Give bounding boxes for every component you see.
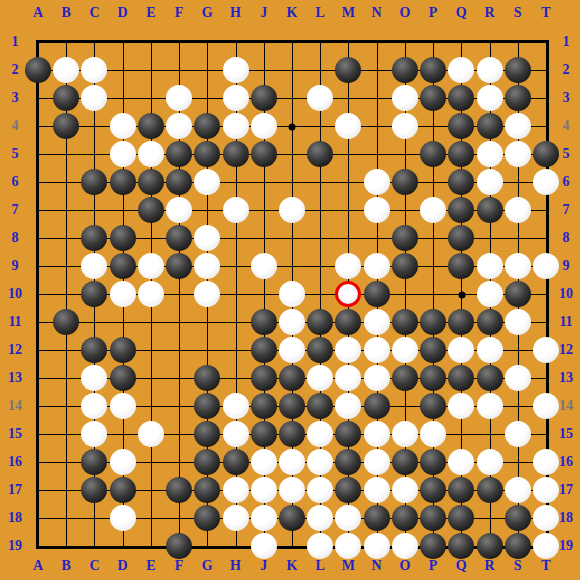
intersection-m3[interactable] — [334, 84, 362, 112]
intersection-n10[interactable] — [363, 280, 391, 308]
intersection-o16[interactable] — [391, 448, 419, 476]
intersection-r15[interactable] — [475, 420, 503, 448]
intersection-j8[interactable] — [250, 224, 278, 252]
intersection-h11[interactable] — [221, 308, 249, 336]
intersection-r9[interactable] — [475, 252, 503, 280]
intersection-g19[interactable] — [193, 532, 221, 560]
intersection-d6[interactable] — [109, 168, 137, 196]
intersection-e4[interactable] — [137, 112, 165, 140]
intersection-n9[interactable] — [363, 252, 391, 280]
intersection-a11[interactable] — [24, 308, 52, 336]
intersection-b1[interactable] — [52, 28, 80, 56]
intersection-o18[interactable] — [391, 504, 419, 532]
intersection-l1[interactable] — [306, 28, 334, 56]
intersection-m13[interactable] — [334, 364, 362, 392]
intersection-c6[interactable] — [80, 168, 108, 196]
intersection-f16[interactable] — [165, 448, 193, 476]
intersection-n8[interactable] — [363, 224, 391, 252]
intersection-e8[interactable] — [137, 224, 165, 252]
intersection-s16[interactable] — [504, 448, 532, 476]
intersection-j7[interactable] — [250, 196, 278, 224]
intersection-e3[interactable] — [137, 84, 165, 112]
intersection-r14[interactable] — [475, 392, 503, 420]
intersection-a15[interactable] — [24, 420, 52, 448]
intersection-a2[interactable] — [24, 56, 52, 84]
intersection-j15[interactable] — [250, 420, 278, 448]
intersection-d10[interactable] — [109, 280, 137, 308]
intersection-c16[interactable] — [80, 448, 108, 476]
intersection-n18[interactable] — [363, 504, 391, 532]
intersection-s2[interactable] — [504, 56, 532, 84]
intersection-b2[interactable] — [52, 56, 80, 84]
intersection-k1[interactable] — [278, 28, 306, 56]
intersection-h18[interactable] — [221, 504, 249, 532]
intersection-o10[interactable] — [391, 280, 419, 308]
intersection-t2[interactable] — [532, 56, 560, 84]
intersection-f14[interactable] — [165, 392, 193, 420]
intersection-c11[interactable] — [80, 308, 108, 336]
intersection-k4[interactable] — [278, 112, 306, 140]
intersection-q12[interactable] — [447, 336, 475, 364]
intersection-c7[interactable] — [80, 196, 108, 224]
intersection-a13[interactable] — [24, 364, 52, 392]
intersection-f3[interactable] — [165, 84, 193, 112]
intersection-g6[interactable] — [193, 168, 221, 196]
intersection-g2[interactable] — [193, 56, 221, 84]
intersection-l19[interactable] — [306, 532, 334, 560]
intersection-e19[interactable] — [137, 532, 165, 560]
intersection-h3[interactable] — [221, 84, 249, 112]
intersection-f8[interactable] — [165, 224, 193, 252]
intersection-c13[interactable] — [80, 364, 108, 392]
intersection-t7[interactable] — [532, 196, 560, 224]
intersection-d11[interactable] — [109, 308, 137, 336]
intersection-h8[interactable] — [221, 224, 249, 252]
intersection-s19[interactable] — [504, 532, 532, 560]
intersection-o1[interactable] — [391, 28, 419, 56]
intersection-f5[interactable] — [165, 140, 193, 168]
intersection-d18[interactable] — [109, 504, 137, 532]
intersection-c18[interactable] — [80, 504, 108, 532]
intersection-k12[interactable] — [278, 336, 306, 364]
intersection-e6[interactable] — [137, 168, 165, 196]
intersection-l10[interactable] — [306, 280, 334, 308]
intersection-m10[interactable] — [334, 280, 362, 308]
intersection-b10[interactable] — [52, 280, 80, 308]
intersection-p13[interactable] — [419, 364, 447, 392]
intersection-s13[interactable] — [504, 364, 532, 392]
intersection-o5[interactable] — [391, 140, 419, 168]
intersection-o9[interactable] — [391, 252, 419, 280]
intersection-s4[interactable] — [504, 112, 532, 140]
intersection-m19[interactable] — [334, 532, 362, 560]
intersection-q16[interactable] — [447, 448, 475, 476]
intersection-f11[interactable] — [165, 308, 193, 336]
intersection-o6[interactable] — [391, 168, 419, 196]
intersection-f10[interactable] — [165, 280, 193, 308]
intersection-k8[interactable] — [278, 224, 306, 252]
intersection-g10[interactable] — [193, 280, 221, 308]
intersection-r2[interactable] — [475, 56, 503, 84]
intersection-c3[interactable] — [80, 84, 108, 112]
intersection-t9[interactable] — [532, 252, 560, 280]
intersection-c12[interactable] — [80, 336, 108, 364]
intersection-q11[interactable] — [447, 308, 475, 336]
intersection-e13[interactable] — [137, 364, 165, 392]
intersection-q10[interactable] — [447, 280, 475, 308]
intersection-g14[interactable] — [193, 392, 221, 420]
intersection-k19[interactable] — [278, 532, 306, 560]
intersection-a1[interactable] — [24, 28, 52, 56]
intersection-b13[interactable] — [52, 364, 80, 392]
intersection-k2[interactable] — [278, 56, 306, 84]
intersection-f9[interactable] — [165, 252, 193, 280]
intersection-b4[interactable] — [52, 112, 80, 140]
intersection-h14[interactable] — [221, 392, 249, 420]
intersection-a19[interactable] — [24, 532, 52, 560]
intersection-p1[interactable] — [419, 28, 447, 56]
intersection-l4[interactable] — [306, 112, 334, 140]
intersection-q9[interactable] — [447, 252, 475, 280]
intersection-f17[interactable] — [165, 476, 193, 504]
intersection-e16[interactable] — [137, 448, 165, 476]
intersection-b6[interactable] — [52, 168, 80, 196]
intersection-p7[interactable] — [419, 196, 447, 224]
intersection-n17[interactable] — [363, 476, 391, 504]
intersection-n15[interactable] — [363, 420, 391, 448]
intersection-s10[interactable] — [504, 280, 532, 308]
intersection-e1[interactable] — [137, 28, 165, 56]
intersection-g11[interactable] — [193, 308, 221, 336]
intersection-p8[interactable] — [419, 224, 447, 252]
intersection-n1[interactable] — [363, 28, 391, 56]
intersection-j13[interactable] — [250, 364, 278, 392]
intersection-c19[interactable] — [80, 532, 108, 560]
intersection-a5[interactable] — [24, 140, 52, 168]
intersection-j6[interactable] — [250, 168, 278, 196]
intersection-h1[interactable] — [221, 28, 249, 56]
intersection-q18[interactable] — [447, 504, 475, 532]
intersection-s12[interactable] — [504, 336, 532, 364]
intersection-a14[interactable] — [24, 392, 52, 420]
intersection-k6[interactable] — [278, 168, 306, 196]
intersection-o4[interactable] — [391, 112, 419, 140]
intersection-b14[interactable] — [52, 392, 80, 420]
intersection-m9[interactable] — [334, 252, 362, 280]
intersection-q13[interactable] — [447, 364, 475, 392]
intersection-g1[interactable] — [193, 28, 221, 56]
intersection-q15[interactable] — [447, 420, 475, 448]
intersection-r8[interactable] — [475, 224, 503, 252]
intersection-m18[interactable] — [334, 504, 362, 532]
intersection-a10[interactable] — [24, 280, 52, 308]
intersection-c2[interactable] — [80, 56, 108, 84]
intersection-l17[interactable] — [306, 476, 334, 504]
intersection-t14[interactable] — [532, 392, 560, 420]
intersection-s8[interactable] — [504, 224, 532, 252]
intersection-q14[interactable] — [447, 392, 475, 420]
intersection-h19[interactable] — [221, 532, 249, 560]
intersection-n4[interactable] — [363, 112, 391, 140]
intersection-m1[interactable] — [334, 28, 362, 56]
intersection-t8[interactable] — [532, 224, 560, 252]
intersection-o2[interactable] — [391, 56, 419, 84]
intersection-s6[interactable] — [504, 168, 532, 196]
intersection-f19[interactable] — [165, 532, 193, 560]
intersection-a9[interactable] — [24, 252, 52, 280]
intersection-r6[interactable] — [475, 168, 503, 196]
intersection-l13[interactable] — [306, 364, 334, 392]
intersection-d13[interactable] — [109, 364, 137, 392]
intersection-l6[interactable] — [306, 168, 334, 196]
intersection-r1[interactable] — [475, 28, 503, 56]
intersection-s11[interactable] — [504, 308, 532, 336]
intersection-o14[interactable] — [391, 392, 419, 420]
intersection-j11[interactable] — [250, 308, 278, 336]
intersection-a4[interactable] — [24, 112, 52, 140]
intersection-n16[interactable] — [363, 448, 391, 476]
intersection-p16[interactable] — [419, 448, 447, 476]
intersection-b17[interactable] — [52, 476, 80, 504]
intersection-h5[interactable] — [221, 140, 249, 168]
intersection-g5[interactable] — [193, 140, 221, 168]
intersection-j1[interactable] — [250, 28, 278, 56]
intersection-p10[interactable] — [419, 280, 447, 308]
intersection-b12[interactable] — [52, 336, 80, 364]
intersection-j2[interactable] — [250, 56, 278, 84]
intersection-g4[interactable] — [193, 112, 221, 140]
intersection-g12[interactable] — [193, 336, 221, 364]
intersection-s3[interactable] — [504, 84, 532, 112]
intersection-d9[interactable] — [109, 252, 137, 280]
intersection-p11[interactable] — [419, 308, 447, 336]
intersection-t18[interactable] — [532, 504, 560, 532]
intersection-f4[interactable] — [165, 112, 193, 140]
intersection-h17[interactable] — [221, 476, 249, 504]
intersection-p15[interactable] — [419, 420, 447, 448]
intersection-c10[interactable] — [80, 280, 108, 308]
intersection-o19[interactable] — [391, 532, 419, 560]
intersection-g7[interactable] — [193, 196, 221, 224]
intersection-d5[interactable] — [109, 140, 137, 168]
intersection-k3[interactable] — [278, 84, 306, 112]
intersection-j12[interactable] — [250, 336, 278, 364]
intersection-c9[interactable] — [80, 252, 108, 280]
intersection-e15[interactable] — [137, 420, 165, 448]
intersection-o17[interactable] — [391, 476, 419, 504]
intersection-q6[interactable] — [447, 168, 475, 196]
intersection-d1[interactable] — [109, 28, 137, 56]
intersection-r12[interactable] — [475, 336, 503, 364]
intersection-r5[interactable] — [475, 140, 503, 168]
intersection-m12[interactable] — [334, 336, 362, 364]
intersection-e9[interactable] — [137, 252, 165, 280]
intersection-t16[interactable] — [532, 448, 560, 476]
intersection-n7[interactable] — [363, 196, 391, 224]
intersection-k16[interactable] — [278, 448, 306, 476]
intersection-h4[interactable] — [221, 112, 249, 140]
intersection-b8[interactable] — [52, 224, 80, 252]
intersection-c8[interactable] — [80, 224, 108, 252]
intersection-f15[interactable] — [165, 420, 193, 448]
intersection-p2[interactable] — [419, 56, 447, 84]
intersection-a8[interactable] — [24, 224, 52, 252]
intersection-p9[interactable] — [419, 252, 447, 280]
intersection-t12[interactable] — [532, 336, 560, 364]
intersection-s1[interactable] — [504, 28, 532, 56]
intersection-o3[interactable] — [391, 84, 419, 112]
intersection-s9[interactable] — [504, 252, 532, 280]
intersection-k9[interactable] — [278, 252, 306, 280]
intersection-p19[interactable] — [419, 532, 447, 560]
intersection-g15[interactable] — [193, 420, 221, 448]
intersection-h13[interactable] — [221, 364, 249, 392]
intersection-g9[interactable] — [193, 252, 221, 280]
intersection-b9[interactable] — [52, 252, 80, 280]
intersection-p6[interactable] — [419, 168, 447, 196]
intersection-e18[interactable] — [137, 504, 165, 532]
intersection-e5[interactable] — [137, 140, 165, 168]
intersection-s15[interactable] — [504, 420, 532, 448]
intersection-g18[interactable] — [193, 504, 221, 532]
intersection-s5[interactable] — [504, 140, 532, 168]
intersection-q2[interactable] — [447, 56, 475, 84]
intersection-o11[interactable] — [391, 308, 419, 336]
intersection-d14[interactable] — [109, 392, 137, 420]
intersection-b19[interactable] — [52, 532, 80, 560]
intersection-p3[interactable] — [419, 84, 447, 112]
intersection-g17[interactable] — [193, 476, 221, 504]
intersection-b15[interactable] — [52, 420, 80, 448]
intersection-h9[interactable] — [221, 252, 249, 280]
intersection-q8[interactable] — [447, 224, 475, 252]
intersection-l2[interactable] — [306, 56, 334, 84]
intersection-k7[interactable] — [278, 196, 306, 224]
intersection-j17[interactable] — [250, 476, 278, 504]
intersection-p5[interactable] — [419, 140, 447, 168]
intersection-a3[interactable] — [24, 84, 52, 112]
intersection-t5[interactable] — [532, 140, 560, 168]
intersection-m8[interactable] — [334, 224, 362, 252]
intersection-r17[interactable] — [475, 476, 503, 504]
intersection-m2[interactable] — [334, 56, 362, 84]
intersection-m15[interactable] — [334, 420, 362, 448]
intersection-m5[interactable] — [334, 140, 362, 168]
intersection-t6[interactable] — [532, 168, 560, 196]
intersection-d15[interactable] — [109, 420, 137, 448]
intersection-n2[interactable] — [363, 56, 391, 84]
intersection-j14[interactable] — [250, 392, 278, 420]
intersection-d4[interactable] — [109, 112, 137, 140]
intersection-b16[interactable] — [52, 448, 80, 476]
intersection-r13[interactable] — [475, 364, 503, 392]
intersection-e17[interactable] — [137, 476, 165, 504]
intersection-p14[interactable] — [419, 392, 447, 420]
intersection-b7[interactable] — [52, 196, 80, 224]
intersection-n12[interactable] — [363, 336, 391, 364]
intersection-t1[interactable] — [532, 28, 560, 56]
intersection-t13[interactable] — [532, 364, 560, 392]
intersection-r19[interactable] — [475, 532, 503, 560]
intersection-h12[interactable] — [221, 336, 249, 364]
intersection-h10[interactable] — [221, 280, 249, 308]
intersection-m11[interactable] — [334, 308, 362, 336]
intersection-n6[interactable] — [363, 168, 391, 196]
intersection-m14[interactable] — [334, 392, 362, 420]
intersection-j16[interactable] — [250, 448, 278, 476]
intersection-c5[interactable] — [80, 140, 108, 168]
intersection-k13[interactable] — [278, 364, 306, 392]
intersection-r3[interactable] — [475, 84, 503, 112]
intersection-p18[interactable] — [419, 504, 447, 532]
intersection-f13[interactable] — [165, 364, 193, 392]
intersection-c17[interactable] — [80, 476, 108, 504]
intersection-t19[interactable] — [532, 532, 560, 560]
intersection-l9[interactable] — [306, 252, 334, 280]
intersection-t11[interactable] — [532, 308, 560, 336]
intersection-l7[interactable] — [306, 196, 334, 224]
intersection-n11[interactable] — [363, 308, 391, 336]
intersection-a17[interactable] — [24, 476, 52, 504]
intersection-n14[interactable] — [363, 392, 391, 420]
intersection-j10[interactable] — [250, 280, 278, 308]
intersection-j19[interactable] — [250, 532, 278, 560]
intersection-t4[interactable] — [532, 112, 560, 140]
intersection-k5[interactable] — [278, 140, 306, 168]
intersection-e10[interactable] — [137, 280, 165, 308]
intersection-f18[interactable] — [165, 504, 193, 532]
intersection-g3[interactable] — [193, 84, 221, 112]
intersection-n5[interactable] — [363, 140, 391, 168]
intersection-h15[interactable] — [221, 420, 249, 448]
intersection-l18[interactable] — [306, 504, 334, 532]
intersection-a18[interactable] — [24, 504, 52, 532]
intersection-h16[interactable] — [221, 448, 249, 476]
intersection-j4[interactable] — [250, 112, 278, 140]
intersection-l15[interactable] — [306, 420, 334, 448]
intersection-k18[interactable] — [278, 504, 306, 532]
intersection-r18[interactable] — [475, 504, 503, 532]
intersection-q5[interactable] — [447, 140, 475, 168]
intersection-f12[interactable] — [165, 336, 193, 364]
intersection-m16[interactable] — [334, 448, 362, 476]
intersection-g16[interactable] — [193, 448, 221, 476]
intersection-l11[interactable] — [306, 308, 334, 336]
intersection-t17[interactable] — [532, 476, 560, 504]
intersection-j3[interactable] — [250, 84, 278, 112]
intersection-g8[interactable] — [193, 224, 221, 252]
intersection-o8[interactable] — [391, 224, 419, 252]
intersection-q19[interactable] — [447, 532, 475, 560]
intersection-m7[interactable] — [334, 196, 362, 224]
intersection-n19[interactable] — [363, 532, 391, 560]
intersection-b11[interactable] — [52, 308, 80, 336]
intersection-f6[interactable] — [165, 168, 193, 196]
intersection-b5[interactable] — [52, 140, 80, 168]
intersection-f1[interactable] — [165, 28, 193, 56]
intersection-s7[interactable] — [504, 196, 532, 224]
intersection-e12[interactable] — [137, 336, 165, 364]
intersection-t10[interactable] — [532, 280, 560, 308]
intersection-j18[interactable] — [250, 504, 278, 532]
intersection-d2[interactable] — [109, 56, 137, 84]
intersection-q7[interactable] — [447, 196, 475, 224]
intersection-k17[interactable] — [278, 476, 306, 504]
intersection-m17[interactable] — [334, 476, 362, 504]
intersection-a7[interactable] — [24, 196, 52, 224]
intersection-c14[interactable] — [80, 392, 108, 420]
intersection-o12[interactable] — [391, 336, 419, 364]
